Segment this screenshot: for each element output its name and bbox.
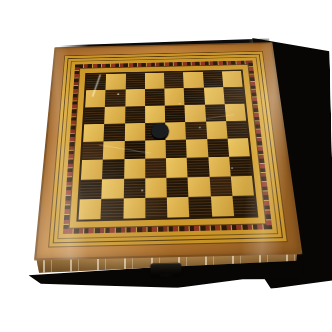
game-board-scene: ● xyxy=(0,0,332,332)
square-r1c8[interactable] xyxy=(222,71,243,87)
square-r8c3[interactable] xyxy=(123,198,145,219)
square-r6c2[interactable] xyxy=(102,159,124,179)
square-r8c6[interactable] xyxy=(189,196,212,217)
square-r7c8[interactable] xyxy=(231,175,254,195)
square-r5c8[interactable] xyxy=(227,138,250,157)
square-r7c3[interactable] xyxy=(123,178,145,198)
square-r1c4[interactable] xyxy=(145,73,165,89)
square-r3c6[interactable] xyxy=(185,104,206,122)
border-band-inner: ● xyxy=(69,64,267,229)
square-r4c2[interactable] xyxy=(104,123,125,141)
square-r7c4[interactable] xyxy=(145,177,167,197)
square-r4c7[interactable] xyxy=(206,121,228,139)
square-r5c5[interactable] xyxy=(166,140,187,159)
board-frame: ● xyxy=(34,42,302,260)
square-r1c7[interactable] xyxy=(202,71,223,87)
square-r2c5[interactable] xyxy=(164,88,184,105)
square-r2c7[interactable] xyxy=(204,87,225,104)
square-r5c4[interactable] xyxy=(145,140,166,159)
square-r6c3[interactable] xyxy=(124,159,145,179)
square-r2c4[interactable] xyxy=(145,89,165,106)
black-checker[interactable]: ● xyxy=(150,119,170,139)
square-r8c2[interactable] xyxy=(101,198,124,219)
square-r1c5[interactable] xyxy=(164,72,184,88)
square-r2c6[interactable] xyxy=(184,88,205,105)
square-r3c1[interactable] xyxy=(84,107,105,125)
square-r6c5[interactable] xyxy=(166,158,188,178)
square-r4c1[interactable] xyxy=(83,124,104,142)
square-r3c3[interactable] xyxy=(125,106,145,124)
square-r5c7[interactable] xyxy=(207,139,229,158)
photo-background: ● xyxy=(0,0,332,332)
square-r5c2[interactable] xyxy=(103,141,124,160)
border-band-outer: ● xyxy=(48,51,288,248)
square-r6c7[interactable] xyxy=(208,157,231,176)
square-r4c3[interactable] xyxy=(124,123,145,141)
square-r5c3[interactable] xyxy=(124,140,145,159)
square-r7c2[interactable] xyxy=(102,178,124,198)
square-r2c2[interactable] xyxy=(105,90,125,107)
square-r7c7[interactable] xyxy=(209,176,232,196)
square-r5c6[interactable] xyxy=(186,139,208,158)
square-r1c3[interactable] xyxy=(125,73,145,89)
square-r1c6[interactable] xyxy=(183,72,203,88)
square-r8c5[interactable] xyxy=(167,197,190,218)
square-r6c1[interactable] xyxy=(81,160,103,180)
square-r5c1[interactable] xyxy=(82,141,104,160)
drawer-handle-icon[interactable] xyxy=(150,263,181,276)
square-r3c2[interactable] xyxy=(104,106,125,124)
checkerboard: ● xyxy=(76,69,258,221)
square-r8c4[interactable] xyxy=(145,197,167,218)
square-r1c2[interactable] xyxy=(106,74,126,90)
square-r8c1[interactable] xyxy=(79,199,102,220)
square-r7c1[interactable] xyxy=(80,179,103,199)
square-r4c4[interactable]: ● xyxy=(145,122,166,140)
ribbon-border: ● xyxy=(63,60,272,233)
square-r1c1[interactable] xyxy=(86,74,106,90)
square-r4c6[interactable] xyxy=(185,121,206,139)
square-r4c8[interactable] xyxy=(226,120,248,138)
square-r7c6[interactable] xyxy=(188,176,211,196)
square-r6c6[interactable] xyxy=(187,157,209,176)
square-r8c8[interactable] xyxy=(232,195,256,216)
square-r8c7[interactable] xyxy=(210,196,233,217)
square-r6c8[interactable] xyxy=(229,156,252,175)
square-r6c4[interactable] xyxy=(145,158,166,178)
square-r2c1[interactable] xyxy=(85,90,106,107)
square-r7c5[interactable] xyxy=(166,177,188,197)
square-r2c3[interactable] xyxy=(125,89,145,106)
square-r3c7[interactable] xyxy=(205,104,226,122)
square-r2c8[interactable] xyxy=(223,87,244,104)
square-r3c8[interactable] xyxy=(224,103,246,121)
